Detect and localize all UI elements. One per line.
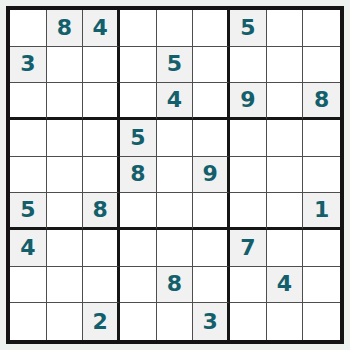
sudoku-cell-r9c8[interactable] [267, 303, 304, 340]
sudoku-cell-r3c1[interactable] [10, 83, 47, 120]
sudoku-cell-r1c7: 5 [230, 10, 267, 47]
sudoku-cell-r4c7[interactable] [230, 120, 267, 157]
sudoku-cell-r4c9[interactable] [303, 120, 340, 157]
sudoku-cell-r3c3[interactable] [83, 83, 120, 120]
sudoku-cell-r7c3[interactable] [83, 230, 120, 267]
sudoku-cell-r8c5: 8 [157, 267, 194, 304]
sudoku-cell-r7c9[interactable] [303, 230, 340, 267]
sudoku-cell-r6c4[interactable] [120, 193, 157, 230]
sudoku-cell-r5c5[interactable] [157, 157, 194, 194]
sudoku-cell-r3c2[interactable] [47, 83, 84, 120]
sudoku-cell-r7c6[interactable] [193, 230, 230, 267]
sudoku-cell-r8c7[interactable] [230, 267, 267, 304]
sudoku-cell-r8c9[interactable] [303, 267, 340, 304]
sudoku-cell-r3c4[interactable] [120, 83, 157, 120]
sudoku-cell-r5c4: 8 [120, 157, 157, 194]
sudoku-cell-r7c7: 7 [230, 230, 267, 267]
sudoku-board: 84535498589581478423 [6, 6, 344, 344]
sudoku-cell-r9c5[interactable] [157, 303, 194, 340]
sudoku-cell-r4c6[interactable] [193, 120, 230, 157]
sudoku-cell-r3c9: 8 [303, 83, 340, 120]
sudoku-cell-r7c8[interactable] [267, 230, 304, 267]
sudoku-cell-r5c7[interactable] [230, 157, 267, 194]
sudoku-cell-r2c4[interactable] [120, 47, 157, 84]
sudoku-cell-r5c9[interactable] [303, 157, 340, 194]
sudoku-cell-r9c1[interactable] [10, 303, 47, 340]
sudoku-cell-r1c3: 4 [83, 10, 120, 47]
sudoku-cell-r4c4: 5 [120, 120, 157, 157]
sudoku-cell-r4c3[interactable] [83, 120, 120, 157]
sudoku-cell-r9c7[interactable] [230, 303, 267, 340]
sudoku-cell-r5c2[interactable] [47, 157, 84, 194]
sudoku-cell-r9c9[interactable] [303, 303, 340, 340]
sudoku-cell-r3c8[interactable] [267, 83, 304, 120]
sudoku-cell-r6c5[interactable] [157, 193, 194, 230]
sudoku-cell-r9c2[interactable] [47, 303, 84, 340]
sudoku-cell-r4c8[interactable] [267, 120, 304, 157]
sudoku-cell-r6c8[interactable] [267, 193, 304, 230]
sudoku-cell-r8c3[interactable] [83, 267, 120, 304]
sudoku-cell-r3c6[interactable] [193, 83, 230, 120]
sudoku-cell-r1c8[interactable] [267, 10, 304, 47]
sudoku-cell-r4c5[interactable] [157, 120, 194, 157]
sudoku-cell-r1c6[interactable] [193, 10, 230, 47]
sudoku-cell-r7c5[interactable] [157, 230, 194, 267]
sudoku-cell-r6c2[interactable] [47, 193, 84, 230]
sudoku-cell-r2c2[interactable] [47, 47, 84, 84]
sudoku-cell-r2c8[interactable] [267, 47, 304, 84]
sudoku-cell-r1c5[interactable] [157, 10, 194, 47]
sudoku-cell-r5c3[interactable] [83, 157, 120, 194]
sudoku-cell-r1c9[interactable] [303, 10, 340, 47]
sudoku-board-wrapper: 84535498589581478423 [6, 6, 344, 344]
sudoku-cell-r3c5: 4 [157, 83, 194, 120]
sudoku-cell-r9c4[interactable] [120, 303, 157, 340]
sudoku-cell-r2c3[interactable] [83, 47, 120, 84]
sudoku-cell-r5c8[interactable] [267, 157, 304, 194]
sudoku-cell-r9c3: 2 [83, 303, 120, 340]
sudoku-cell-r1c4[interactable] [120, 10, 157, 47]
sudoku-cell-r8c1[interactable] [10, 267, 47, 304]
sudoku-cell-r1c2: 8 [47, 10, 84, 47]
sudoku-cell-r6c9: 1 [303, 193, 340, 230]
sudoku-cell-r6c1: 5 [10, 193, 47, 230]
sudoku-cell-r2c5: 5 [157, 47, 194, 84]
sudoku-cell-r2c9[interactable] [303, 47, 340, 84]
sudoku-cell-r3c7: 9 [230, 83, 267, 120]
sudoku-cell-r8c2[interactable] [47, 267, 84, 304]
sudoku-cell-r5c1[interactable] [10, 157, 47, 194]
sudoku-cell-r7c4[interactable] [120, 230, 157, 267]
sudoku-cell-r4c1[interactable] [10, 120, 47, 157]
sudoku-cell-r8c8: 4 [267, 267, 304, 304]
sudoku-cell-r8c4[interactable] [120, 267, 157, 304]
sudoku-cell-r2c1: 3 [10, 47, 47, 84]
sudoku-cell-r8c6[interactable] [193, 267, 230, 304]
sudoku-cell-r9c6: 3 [193, 303, 230, 340]
sudoku-cell-r2c7[interactable] [230, 47, 267, 84]
sudoku-cell-r7c1: 4 [10, 230, 47, 267]
sudoku-cell-r7c2[interactable] [47, 230, 84, 267]
sudoku-cell-r6c7[interactable] [230, 193, 267, 230]
sudoku-cell-r4c2[interactable] [47, 120, 84, 157]
sudoku-cell-r1c1[interactable] [10, 10, 47, 47]
sudoku-cell-r2c6[interactable] [193, 47, 230, 84]
sudoku-cell-r6c3: 8 [83, 193, 120, 230]
sudoku-cell-r6c6[interactable] [193, 193, 230, 230]
sudoku-cell-r5c6: 9 [193, 157, 230, 194]
